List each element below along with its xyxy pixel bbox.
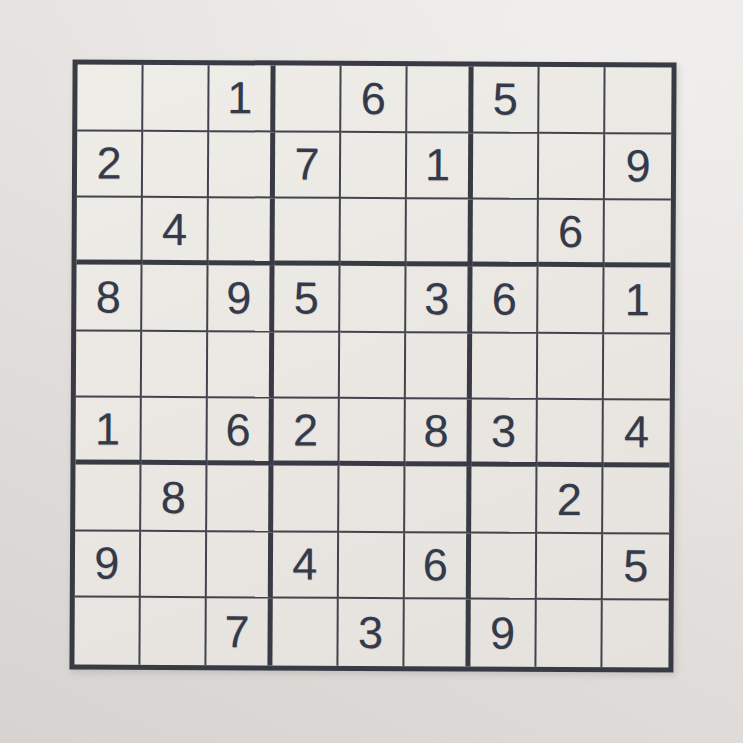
cell-r9c3: 7 <box>206 598 272 665</box>
cell-r7c8: 2 <box>537 467 603 534</box>
cell-r1c8 <box>539 67 605 134</box>
cell-r2c3 <box>209 132 275 199</box>
cell-r8c5 <box>339 532 405 599</box>
cell-r2c4: 7 <box>275 132 341 199</box>
cell-r9c7: 9 <box>470 600 536 667</box>
cell-r8c8 <box>537 534 603 601</box>
cell-r4c3: 9 <box>208 265 274 332</box>
cell-r6c4: 2 <box>273 399 339 466</box>
photo-background: 165271946895361162834829465739 <box>0 0 743 743</box>
cell-r5c3 <box>208 332 274 399</box>
cell-r9c1 <box>74 598 140 665</box>
cell-r3c7 <box>473 200 539 267</box>
cell-r9c6 <box>404 599 470 666</box>
cell-r1c1 <box>77 64 143 131</box>
cell-r4c8 <box>538 267 604 334</box>
cell-r1c2 <box>143 65 209 132</box>
cell-r6c9: 4 <box>603 401 669 468</box>
cell-r5c4 <box>274 332 340 399</box>
cell-r7c9 <box>603 467 669 534</box>
cell-r9c8 <box>536 600 602 667</box>
cell-r2c5 <box>341 132 407 199</box>
cell-r8c7 <box>471 533 537 600</box>
cell-r1c4 <box>275 65 341 132</box>
cell-r7c1 <box>75 464 141 531</box>
cell-r5c1 <box>76 331 142 398</box>
cell-r3c9 <box>605 201 671 268</box>
cell-r8c9: 5 <box>603 534 669 601</box>
cell-r4c4: 5 <box>274 265 340 332</box>
cell-r1c6 <box>407 66 473 133</box>
cell-r9c5: 3 <box>338 599 404 666</box>
cell-r6c3: 6 <box>207 398 273 465</box>
cell-r5c2 <box>142 331 208 398</box>
cell-r1c5: 6 <box>341 66 407 133</box>
cell-r7c3 <box>207 465 273 532</box>
cell-r8c6: 6 <box>405 533 471 600</box>
cell-r2c8 <box>539 134 605 201</box>
cell-r5c9 <box>604 334 670 401</box>
cell-r2c6: 1 <box>407 133 473 200</box>
cell-r4c2 <box>142 265 208 332</box>
cell-r8c1: 9 <box>75 531 141 598</box>
cell-r9c9 <box>602 601 668 668</box>
sudoku-board: 165271946895361162834829465739 <box>69 59 676 672</box>
cell-r7c4 <box>273 465 339 532</box>
cell-r6c1: 1 <box>75 398 141 465</box>
cell-r6c7: 3 <box>471 400 537 467</box>
cell-r5c5 <box>340 332 406 399</box>
cell-r6c8 <box>537 400 603 467</box>
cell-r3c2: 4 <box>143 198 209 265</box>
cell-r3c5 <box>341 199 407 266</box>
cell-r8c3 <box>207 532 273 599</box>
cell-r5c6 <box>406 333 472 400</box>
cell-r6c2 <box>141 398 207 465</box>
cell-r1c3: 1 <box>209 65 275 132</box>
cell-r7c6 <box>405 466 471 533</box>
cell-r3c4 <box>275 199 341 266</box>
cell-r6c6: 8 <box>405 400 471 467</box>
cell-r8c2 <box>141 531 207 598</box>
cell-r2c2 <box>143 131 209 198</box>
cell-r5c7 <box>472 333 538 400</box>
cell-r4c9: 1 <box>604 267 670 334</box>
cell-r5c8 <box>538 334 604 401</box>
cell-r6c5 <box>339 399 405 466</box>
cell-r1c7: 5 <box>473 67 539 134</box>
cell-r7c2: 8 <box>141 465 207 532</box>
cell-r3c3 <box>209 198 275 265</box>
cell-r4c6: 3 <box>406 266 472 333</box>
cell-r7c7 <box>471 467 537 534</box>
cell-r2c1: 2 <box>77 131 143 198</box>
cell-r3c8: 6 <box>539 200 605 267</box>
cell-r3c6 <box>407 200 473 267</box>
cell-r8c4: 4 <box>273 532 339 599</box>
cell-r3c1 <box>77 198 143 265</box>
cell-r4c1: 8 <box>76 264 142 331</box>
cell-r9c4 <box>272 599 338 666</box>
cell-r7c5 <box>339 466 405 533</box>
cell-r2c7 <box>473 133 539 200</box>
cell-r2c9: 9 <box>605 134 671 201</box>
cell-r9c2 <box>140 598 206 665</box>
cell-r4c5 <box>340 266 406 333</box>
cell-r4c7: 6 <box>472 267 538 334</box>
cell-r1c9 <box>605 67 671 134</box>
